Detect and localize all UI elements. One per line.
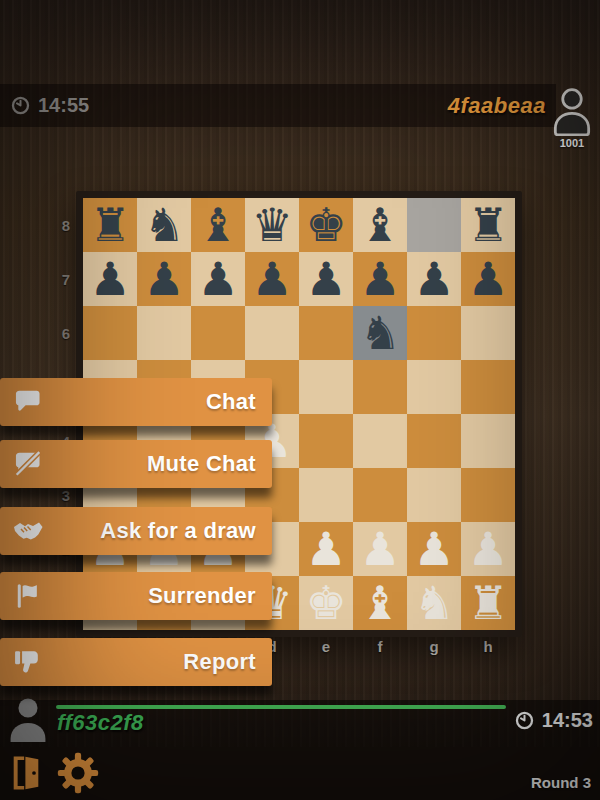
square-b8[interactable]: ♞ <box>137 198 191 252</box>
file-label: f <box>353 638 407 655</box>
square-h2[interactable]: ♟ <box>461 522 515 576</box>
opponent-name: 4faabeaa <box>448 93 546 119</box>
square-g1[interactable]: ♞ <box>407 576 461 630</box>
settings-gear-icon[interactable] <box>56 751 100 795</box>
square-c8[interactable]: ♝ <box>191 198 245 252</box>
square-g5[interactable] <box>407 360 461 414</box>
thumbs-down-icon <box>12 648 44 676</box>
player-avatar[interactable] <box>6 695 50 745</box>
opponent-avatar[interactable] <box>549 86 595 136</box>
black-pawn: ♟ <box>305 252 346 306</box>
black-rook: ♜ <box>467 198 508 252</box>
square-g3[interactable] <box>407 468 461 522</box>
square-e6[interactable] <box>299 306 353 360</box>
square-a8[interactable]: ♜ <box>83 198 137 252</box>
square-b6[interactable] <box>137 306 191 360</box>
square-e3[interactable] <box>299 468 353 522</box>
square-f1[interactable]: ♝ <box>353 576 407 630</box>
white-king: ♚ <box>305 576 346 630</box>
file-label: h <box>461 638 515 655</box>
black-pawn: ♟ <box>413 252 454 306</box>
file-label: e <box>299 638 353 655</box>
flag-icon <box>12 582 44 610</box>
opponent-bar: 14:55 4faabeaa <box>0 84 556 127</box>
square-f6[interactable]: ♞ <box>353 306 407 360</box>
chat-button[interactable]: Chat <box>0 378 272 426</box>
square-g2[interactable]: ♟ <box>407 522 461 576</box>
square-h4[interactable] <box>461 414 515 468</box>
menu-item-label: Mute Chat <box>44 451 256 477</box>
player-progress-line <box>56 705 506 709</box>
square-f2[interactable]: ♟ <box>353 522 407 576</box>
square-h1[interactable]: ♜ <box>461 576 515 630</box>
menu-item-label: Chat <box>44 389 256 415</box>
square-d8[interactable]: ♛ <box>245 198 299 252</box>
square-c6[interactable] <box>191 306 245 360</box>
clock-icon <box>514 710 535 731</box>
square-g4[interactable] <box>407 414 461 468</box>
file-label: g <box>407 638 461 655</box>
square-f4[interactable] <box>353 414 407 468</box>
square-a6[interactable] <box>83 306 137 360</box>
square-e1[interactable]: ♚ <box>299 576 353 630</box>
opponent-rating-badge: 1001 <box>549 137 595 149</box>
square-d6[interactable] <box>245 306 299 360</box>
black-king: ♚ <box>305 198 346 252</box>
menu-item-label: Surrender <box>44 583 256 609</box>
square-g7[interactable]: ♟ <box>407 252 461 306</box>
bottom-toolbar: Round 3 <box>0 747 600 800</box>
mute-chat-icon <box>12 450 44 478</box>
square-f3[interactable] <box>353 468 407 522</box>
menu-item-label: Ask for a draw <box>44 518 256 544</box>
square-h3[interactable] <box>461 468 515 522</box>
square-f8[interactable]: ♝ <box>353 198 407 252</box>
handshake-icon <box>12 517 44 545</box>
menu-item-label: Report <box>44 649 256 675</box>
black-pawn: ♟ <box>197 252 238 306</box>
chat-icon <box>12 388 44 416</box>
clock-icon <box>10 95 31 116</box>
rank-label: 8 <box>56 198 76 252</box>
rank-label: 6 <box>56 306 76 360</box>
black-pawn: ♟ <box>359 252 400 306</box>
white-bishop: ♝ <box>359 576 400 630</box>
white-pawn: ♟ <box>359 522 400 576</box>
black-pawn: ♟ <box>467 252 508 306</box>
square-e8[interactable]: ♚ <box>299 198 353 252</box>
mute-chat-button[interactable]: Mute Chat <box>0 440 272 488</box>
white-pawn: ♟ <box>413 522 454 576</box>
white-rook: ♜ <box>467 576 508 630</box>
square-c7[interactable]: ♟ <box>191 252 245 306</box>
ask-draw-button[interactable]: Ask for a draw <box>0 507 272 555</box>
player-time: 14:53 <box>542 709 593 732</box>
white-pawn: ♟ <box>467 522 508 576</box>
opponent-timer: 14:55 <box>10 94 89 117</box>
black-pawn: ♟ <box>143 252 184 306</box>
square-a7[interactable]: ♟ <box>83 252 137 306</box>
square-h5[interactable] <box>461 360 515 414</box>
black-knight: ♞ <box>359 306 400 360</box>
round-label: Round 3 <box>531 774 591 791</box>
black-pawn: ♟ <box>89 252 130 306</box>
rank-label: 7 <box>56 252 76 306</box>
white-knight: ♞ <box>413 576 454 630</box>
black-pawn: ♟ <box>251 252 292 306</box>
exit-door-icon[interactable] <box>10 753 42 793</box>
square-g8[interactable] <box>407 198 461 252</box>
black-queen: ♛ <box>251 198 292 252</box>
surrender-button[interactable]: Surrender <box>0 572 272 620</box>
game-screen: 87654321 abcdefgh ♜♞♝♛♚♝♜♟♟♟♟♟♟♟♟♞♟♟♟♟♟♟… <box>0 0 600 800</box>
black-bishop: ♝ <box>197 198 238 252</box>
player-timer: 14:53 <box>514 709 593 732</box>
square-h7[interactable]: ♟ <box>461 252 515 306</box>
square-b7[interactable]: ♟ <box>137 252 191 306</box>
black-knight: ♞ <box>143 198 184 252</box>
white-pawn: ♟ <box>305 522 346 576</box>
black-rook: ♜ <box>89 198 130 252</box>
square-f5[interactable] <box>353 360 407 414</box>
square-g6[interactable] <box>407 306 461 360</box>
square-e4[interactable] <box>299 414 353 468</box>
report-button[interactable]: Report <box>0 638 272 686</box>
player-name: ff63c2f8 <box>57 710 144 736</box>
square-h6[interactable] <box>461 306 515 360</box>
square-e5[interactable] <box>299 360 353 414</box>
square-d7[interactable]: ♟ <box>245 252 299 306</box>
square-f7[interactable]: ♟ <box>353 252 407 306</box>
opponent-time: 14:55 <box>38 94 89 117</box>
black-bishop: ♝ <box>359 198 400 252</box>
square-e2[interactable]: ♟ <box>299 522 353 576</box>
square-e7[interactable]: ♟ <box>299 252 353 306</box>
square-h8[interactable]: ♜ <box>461 198 515 252</box>
